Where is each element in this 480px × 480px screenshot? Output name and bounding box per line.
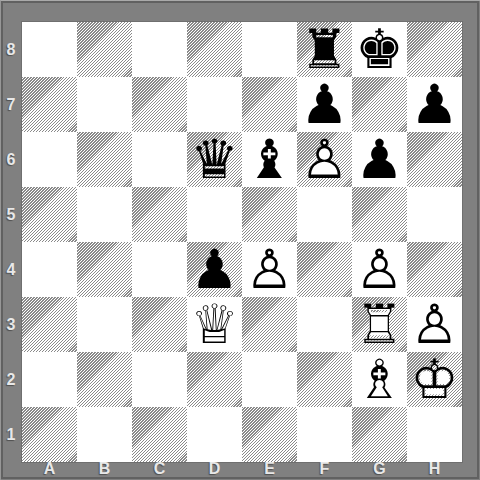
white-pawn: ♙ bbox=[242, 242, 297, 297]
rank-label-2: 2 bbox=[0, 352, 22, 407]
square-e5[interactable] bbox=[242, 187, 297, 242]
white-pawn-fill: ♟ bbox=[352, 242, 407, 297]
rank-label-7: 7 bbox=[0, 77, 22, 132]
square-d7[interactable] bbox=[187, 77, 242, 132]
square-a8[interactable] bbox=[22, 22, 77, 77]
square-f6[interactable]: ♟♙ bbox=[297, 132, 352, 187]
square-e8[interactable] bbox=[242, 22, 297, 77]
square-a6[interactable] bbox=[22, 132, 77, 187]
chess-board: ♜♚♟♟♛♝♟♙♟♟♟♙♟♙♛♕♜♖♟♙♝♗♚♔ bbox=[22, 22, 462, 462]
square-c5[interactable] bbox=[132, 187, 187, 242]
square-e7[interactable] bbox=[242, 77, 297, 132]
white-king: ♔ bbox=[407, 352, 462, 407]
square-h8[interactable] bbox=[407, 22, 462, 77]
file-labels: ABCDEFGH bbox=[22, 461, 462, 477]
white-rook-fill: ♜ bbox=[352, 297, 407, 352]
square-h1[interactable] bbox=[407, 407, 462, 462]
square-b6[interactable] bbox=[77, 132, 132, 187]
rank-label-8: 8 bbox=[0, 22, 22, 77]
square-a5[interactable] bbox=[22, 187, 77, 242]
file-label-g: G bbox=[352, 461, 407, 477]
square-c7[interactable] bbox=[132, 77, 187, 132]
square-f3[interactable] bbox=[297, 297, 352, 352]
square-b7[interactable] bbox=[77, 77, 132, 132]
square-c6[interactable] bbox=[132, 132, 187, 187]
white-bishop-fill: ♝ bbox=[352, 352, 407, 407]
black-rook: ♜ bbox=[297, 22, 352, 77]
white-pawn: ♙ bbox=[407, 297, 462, 352]
square-g8[interactable]: ♚ bbox=[352, 22, 407, 77]
square-b4[interactable] bbox=[77, 242, 132, 297]
square-f8[interactable]: ♜ bbox=[297, 22, 352, 77]
square-g2[interactable]: ♝♗ bbox=[352, 352, 407, 407]
file-label-d: D bbox=[187, 461, 242, 477]
rank-label-3: 3 bbox=[0, 297, 22, 352]
black-pawn: ♟ bbox=[352, 132, 407, 187]
square-c2[interactable] bbox=[132, 352, 187, 407]
white-queen: ♕ bbox=[187, 297, 242, 352]
white-pawn: ♙ bbox=[352, 242, 407, 297]
board-frame: 87654321 ♜♚♟♟♛♝♟♙♟♟♟♙♟♙♛♕♜♖♟♙♝♗♚♔ ABCDEF… bbox=[0, 0, 480, 480]
square-b5[interactable] bbox=[77, 187, 132, 242]
square-h5[interactable] bbox=[407, 187, 462, 242]
file-label-c: C bbox=[132, 461, 187, 477]
square-b2[interactable] bbox=[77, 352, 132, 407]
rank-labels: 87654321 bbox=[0, 22, 22, 462]
square-g5[interactable] bbox=[352, 187, 407, 242]
file-label-b: B bbox=[77, 461, 132, 477]
square-f2[interactable] bbox=[297, 352, 352, 407]
square-f1[interactable] bbox=[297, 407, 352, 462]
file-label-f: F bbox=[297, 461, 352, 477]
square-a3[interactable] bbox=[22, 297, 77, 352]
square-g6[interactable]: ♟ bbox=[352, 132, 407, 187]
square-b8[interactable] bbox=[77, 22, 132, 77]
square-g1[interactable] bbox=[352, 407, 407, 462]
black-bishop: ♝ bbox=[242, 132, 297, 187]
file-label-h: H bbox=[407, 461, 462, 477]
square-c4[interactable] bbox=[132, 242, 187, 297]
square-d8[interactable] bbox=[187, 22, 242, 77]
square-d2[interactable] bbox=[187, 352, 242, 407]
rank-label-6: 6 bbox=[0, 132, 22, 187]
square-a2[interactable] bbox=[22, 352, 77, 407]
square-e6[interactable]: ♝ bbox=[242, 132, 297, 187]
square-a1[interactable] bbox=[22, 407, 77, 462]
square-d3[interactable]: ♛♕ bbox=[187, 297, 242, 352]
black-pawn: ♟ bbox=[297, 77, 352, 132]
square-g3[interactable]: ♜♖ bbox=[352, 297, 407, 352]
file-label-a: A bbox=[22, 461, 77, 477]
square-d5[interactable] bbox=[187, 187, 242, 242]
rank-label-1: 1 bbox=[0, 407, 22, 462]
white-pawn-fill: ♟ bbox=[407, 297, 462, 352]
square-c8[interactable] bbox=[132, 22, 187, 77]
square-c3[interactable] bbox=[132, 297, 187, 352]
square-h6[interactable] bbox=[407, 132, 462, 187]
white-rook: ♖ bbox=[352, 297, 407, 352]
square-g4[interactable]: ♟♙ bbox=[352, 242, 407, 297]
white-queen-fill: ♛ bbox=[187, 297, 242, 352]
white-king-fill: ♚ bbox=[407, 352, 462, 407]
white-bishop: ♗ bbox=[352, 352, 407, 407]
square-d4[interactable]: ♟ bbox=[187, 242, 242, 297]
black-queen: ♛ bbox=[187, 132, 242, 187]
square-e1[interactable] bbox=[242, 407, 297, 462]
square-e3[interactable] bbox=[242, 297, 297, 352]
square-h2[interactable]: ♚♔ bbox=[407, 352, 462, 407]
square-e2[interactable] bbox=[242, 352, 297, 407]
square-f4[interactable] bbox=[297, 242, 352, 297]
rank-label-5: 5 bbox=[0, 187, 22, 242]
black-pawn: ♟ bbox=[187, 242, 242, 297]
square-h4[interactable] bbox=[407, 242, 462, 297]
white-pawn-fill: ♟ bbox=[297, 132, 352, 187]
square-b1[interactable] bbox=[77, 407, 132, 462]
square-d1[interactable] bbox=[187, 407, 242, 462]
square-h3[interactable]: ♟♙ bbox=[407, 297, 462, 352]
black-king: ♚ bbox=[352, 22, 407, 77]
white-pawn-fill: ♟ bbox=[242, 242, 297, 297]
square-b3[interactable] bbox=[77, 297, 132, 352]
square-g7[interactable] bbox=[352, 77, 407, 132]
square-a4[interactable] bbox=[22, 242, 77, 297]
square-f5[interactable] bbox=[297, 187, 352, 242]
white-pawn: ♙ bbox=[297, 132, 352, 187]
square-c1[interactable] bbox=[132, 407, 187, 462]
rank-label-4: 4 bbox=[0, 242, 22, 297]
square-a7[interactable] bbox=[22, 77, 77, 132]
square-h7[interactable]: ♟ bbox=[407, 77, 462, 132]
square-e4[interactable]: ♟♙ bbox=[242, 242, 297, 297]
square-d6[interactable]: ♛ bbox=[187, 132, 242, 187]
black-pawn: ♟ bbox=[407, 77, 462, 132]
file-label-e: E bbox=[242, 461, 297, 477]
square-f7[interactable]: ♟ bbox=[297, 77, 352, 132]
